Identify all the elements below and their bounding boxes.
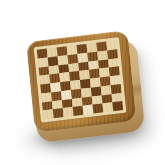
chess-box: [26, 30, 136, 133]
photo-background: [0, 0, 165, 165]
chess-board: [37, 40, 123, 119]
board-inlay-border: [34, 37, 127, 123]
square-h1: [112, 101, 123, 111]
box-lid: [26, 30, 136, 133]
